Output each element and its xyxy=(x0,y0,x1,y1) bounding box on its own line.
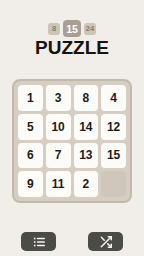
puzzle-board: 138451014126713159112 xyxy=(12,79,132,203)
tile-7[interactable]: 7 xyxy=(46,143,71,169)
tile-13[interactable]: 13 xyxy=(74,143,99,169)
tile-2[interactable]: 2 xyxy=(74,171,99,197)
shuffle-button[interactable] xyxy=(88,232,123,251)
tile-5[interactable]: 5 xyxy=(18,114,43,140)
tile-14[interactable]: 14 xyxy=(74,114,99,140)
size-badge-24[interactable]: 24 xyxy=(84,23,96,35)
empty-cell xyxy=(101,171,126,197)
tile-12[interactable]: 12 xyxy=(101,114,126,140)
list-icon xyxy=(32,235,46,249)
tile-6[interactable]: 6 xyxy=(18,143,43,169)
tile-8[interactable]: 8 xyxy=(74,85,99,111)
header: 8 15 24 PUZZLE xyxy=(0,0,144,57)
size-badge-15[interactable]: 15 xyxy=(63,20,81,37)
tile-3[interactable]: 3 xyxy=(46,85,71,111)
page-title: PUZZLE xyxy=(0,38,144,57)
tile-15[interactable]: 15 xyxy=(101,143,126,169)
puzzle-app-screen: 8 15 24 PUZZLE 138451014126713159112 xyxy=(0,0,144,256)
tile-1[interactable]: 1 xyxy=(18,85,43,111)
menu-list-button[interactable] xyxy=(21,232,56,251)
tile-10[interactable]: 10 xyxy=(46,114,71,140)
toolbar xyxy=(0,232,144,251)
size-badges: 8 15 24 xyxy=(0,20,144,37)
tile-4[interactable]: 4 xyxy=(101,85,126,111)
shuffle-icon xyxy=(99,235,113,249)
tile-9[interactable]: 9 xyxy=(18,171,43,197)
tile-11[interactable]: 11 xyxy=(46,171,71,197)
size-badge-8[interactable]: 8 xyxy=(48,23,60,35)
